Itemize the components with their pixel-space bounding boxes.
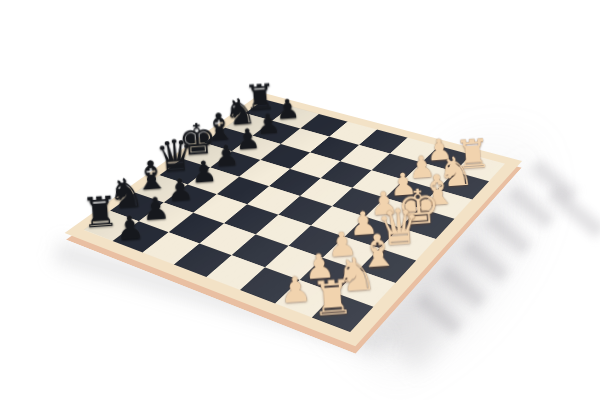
square-a1[interactable]: ♜ (312, 293, 373, 332)
black-pawn-piece[interactable]: ♟ (103, 211, 158, 246)
board-scene: ♜♟♟♜♞♟♟♞♝♟♟♝♚♟♟♚♛♟♟♛♝♟♟♝♞♟♟♞♜♟♟♜ (0, 0, 600, 400)
white-rook-piece[interactable]: ♜ (301, 272, 364, 323)
board-grid: ♜♟♟♜♞♟♟♞♝♟♟♝♚♟♟♚♛♟♟♛♝♟♟♝♞♟♟♞♜♟♟♜ (84, 99, 505, 332)
board-frame: ♜♟♟♜♞♟♟♞♝♟♟♝♚♟♟♚♛♟♟♛♝♟♟♝♞♟♟♞♜♟♟♜ (65, 92, 522, 346)
photo-stage: ♜♟♟♜♞♟♟♞♝♟♟♝♚♟♟♚♛♟♟♛♝♟♟♝♞♟♟♞♜♟♟♜ (0, 0, 600, 400)
board-3d: ♜♟♟♜♞♟♟♞♝♟♟♝♚♟♟♚♛♟♟♛♝♟♟♝♞♟♟♞♜♟♟♜ (65, 92, 522, 346)
